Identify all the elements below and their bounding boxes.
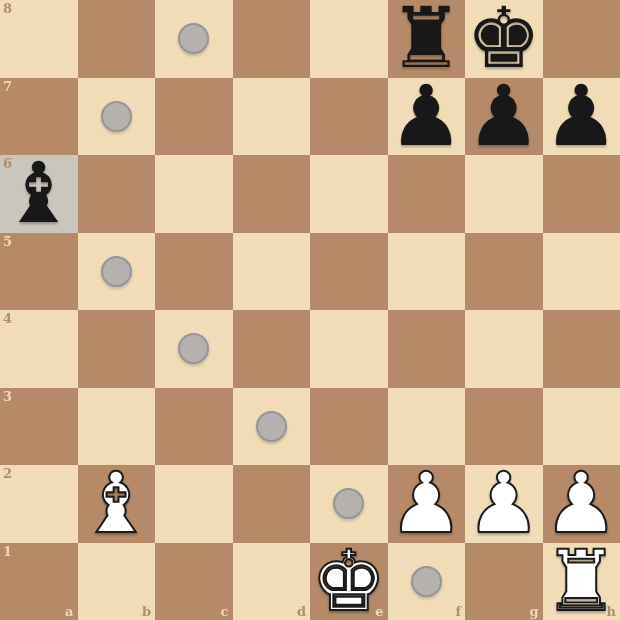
square-c4[interactable]	[155, 310, 233, 388]
white-king[interactable]: ♚	[311, 543, 386, 620]
square-e1[interactable]: e♚	[310, 543, 388, 620]
rank-label: 1	[3, 545, 12, 558]
square-h2[interactable]: ♟	[543, 465, 620, 543]
square-f7[interactable]: ♟	[388, 78, 466, 156]
move-hint[interactable]	[256, 411, 287, 442]
square-e7[interactable]	[310, 78, 388, 156]
file-label: c	[221, 605, 229, 618]
file-label: f	[455, 605, 461, 618]
square-c7[interactable]	[155, 78, 233, 156]
black-king[interactable]: ♚	[466, 0, 541, 78]
move-hint[interactable]	[333, 488, 364, 519]
square-e5[interactable]	[310, 233, 388, 311]
square-b1[interactable]: b	[78, 543, 156, 620]
square-f2[interactable]: ♟	[388, 465, 466, 543]
square-d8[interactable]	[233, 0, 311, 78]
square-e6[interactable]	[310, 155, 388, 233]
square-h6[interactable]	[543, 155, 620, 233]
rank-label: 3	[3, 390, 12, 403]
square-g7[interactable]: ♟	[465, 78, 543, 156]
square-e2[interactable]	[310, 465, 388, 543]
square-d6[interactable]	[233, 155, 311, 233]
square-c1[interactable]: c	[155, 543, 233, 620]
rank-label: 8	[3, 2, 12, 15]
white-pawn[interactable]: ♟	[389, 465, 464, 543]
square-c2[interactable]	[155, 465, 233, 543]
move-hint[interactable]	[101, 101, 132, 132]
square-a6[interactable]: 6♝	[0, 155, 78, 233]
file-label: b	[142, 605, 151, 618]
square-c8[interactable]	[155, 0, 233, 78]
file-label: g	[529, 605, 538, 618]
square-e4[interactable]	[310, 310, 388, 388]
move-hint[interactable]	[101, 256, 132, 287]
square-h1[interactable]: h♜	[543, 543, 620, 620]
move-hint[interactable]	[178, 333, 209, 364]
square-h8[interactable]	[543, 0, 620, 78]
chess-board: 8♜♚7♟♟♟6♝5432♝♟♟♟1abcde♚fgh♜	[0, 0, 620, 620]
square-f1[interactable]: f	[388, 543, 466, 620]
square-a8[interactable]: 8	[0, 0, 78, 78]
white-bishop[interactable]: ♝	[79, 465, 154, 543]
file-label: d	[297, 605, 306, 618]
square-d3[interactable]	[233, 388, 311, 466]
white-pawn[interactable]: ♟	[544, 465, 619, 543]
square-e3[interactable]	[310, 388, 388, 466]
black-pawn[interactable]: ♟	[466, 78, 541, 156]
square-h4[interactable]	[543, 310, 620, 388]
square-h7[interactable]: ♟	[543, 78, 620, 156]
black-pawn[interactable]: ♟	[544, 78, 619, 156]
white-pawn[interactable]: ♟	[466, 465, 541, 543]
square-g4[interactable]	[465, 310, 543, 388]
square-g6[interactable]	[465, 155, 543, 233]
move-hint[interactable]	[178, 23, 209, 54]
black-bishop[interactable]: ♝	[1, 155, 76, 233]
square-b7[interactable]	[78, 78, 156, 156]
square-g8[interactable]: ♚	[465, 0, 543, 78]
white-rook[interactable]: ♜	[544, 543, 619, 620]
square-b6[interactable]	[78, 155, 156, 233]
square-f6[interactable]	[388, 155, 466, 233]
square-a1[interactable]: 1a	[0, 543, 78, 620]
square-h5[interactable]	[543, 233, 620, 311]
square-f8[interactable]: ♜	[388, 0, 466, 78]
square-d5[interactable]	[233, 233, 311, 311]
black-pawn[interactable]: ♟	[389, 78, 464, 156]
square-a4[interactable]: 4	[0, 310, 78, 388]
square-b8[interactable]	[78, 0, 156, 78]
square-c3[interactable]	[155, 388, 233, 466]
file-label: a	[65, 605, 73, 618]
square-b2[interactable]: ♝	[78, 465, 156, 543]
black-rook[interactable]: ♜	[389, 0, 464, 78]
square-g1[interactable]: g	[465, 543, 543, 620]
square-c6[interactable]	[155, 155, 233, 233]
square-b4[interactable]	[78, 310, 156, 388]
square-a3[interactable]: 3	[0, 388, 78, 466]
square-g2[interactable]: ♟	[465, 465, 543, 543]
rank-label: 2	[3, 467, 12, 480]
square-d7[interactable]	[233, 78, 311, 156]
square-c5[interactable]	[155, 233, 233, 311]
rank-label: 7	[3, 80, 12, 93]
square-f5[interactable]	[388, 233, 466, 311]
square-f4[interactable]	[388, 310, 466, 388]
square-g5[interactable]	[465, 233, 543, 311]
square-a5[interactable]: 5	[0, 233, 78, 311]
move-hint[interactable]	[411, 566, 442, 597]
rank-label: 4	[3, 312, 12, 325]
square-a2[interactable]: 2	[0, 465, 78, 543]
square-d2[interactable]	[233, 465, 311, 543]
square-d1[interactable]: d	[233, 543, 311, 620]
square-e8[interactable]	[310, 0, 388, 78]
square-d4[interactable]	[233, 310, 311, 388]
square-b5[interactable]	[78, 233, 156, 311]
